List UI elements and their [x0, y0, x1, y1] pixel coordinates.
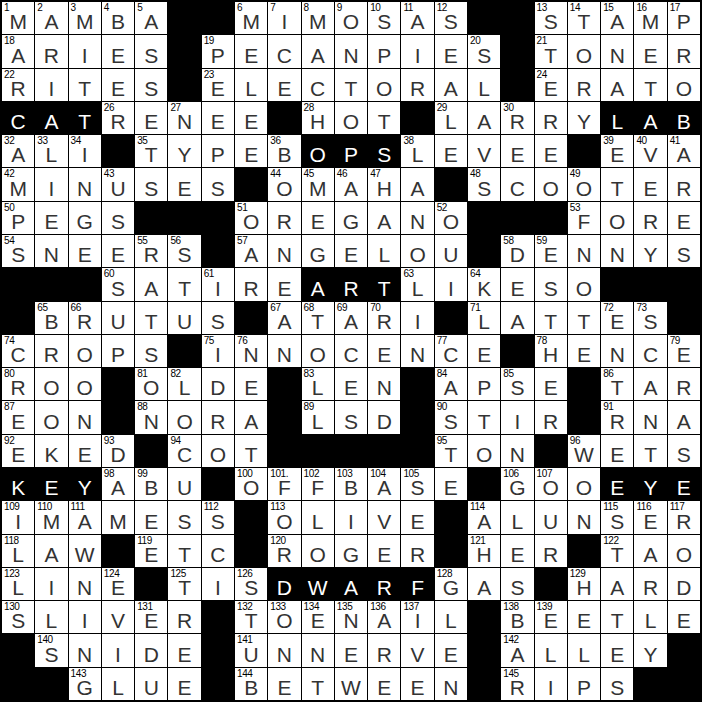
letter-cell-r5c6[interactable]: Y [168, 135, 200, 167]
letter-cell-r19c4[interactable]: V [102, 601, 134, 633]
letter-cell-r5c3[interactable]: I34 [69, 135, 101, 167]
letter-cell-r17c9[interactable]: R120 [268, 535, 300, 567]
letter-cell-r13c19[interactable]: R91 [601, 401, 633, 433]
letter-cell-r18c4[interactable]: E124 [102, 568, 134, 600]
letter-cell-r21c5[interactable]: U [135, 668, 167, 700]
letter-cell-r3c13[interactable]: R [401, 69, 433, 101]
letter-cell-r11c2[interactable]: R [35, 335, 67, 367]
letter-cell-r20c12[interactable]: R [368, 634, 400, 666]
letter-cell-r21c19[interactable]: S [601, 668, 633, 700]
letter-cell-r19c6[interactable]: R [168, 601, 200, 633]
letter-cell-r15c5[interactable]: B99 [135, 468, 167, 500]
letter-cell-r11c9[interactable]: N [268, 335, 300, 367]
letter-cell-r6c20[interactable]: E [634, 168, 666, 200]
theme-black-letter-cell-r15c3[interactable]: Y [69, 468, 101, 500]
letter-cell-r17c7[interactable]: C [202, 535, 234, 567]
letter-cell-r13c21[interactable]: A [668, 401, 700, 433]
letter-cell-r19c11[interactable]: N135 [335, 601, 367, 633]
letter-cell-r12c6[interactable]: L82 [168, 368, 200, 400]
letter-cell-r18c2[interactable]: I [35, 568, 67, 600]
theme-black-letter-cell-r18c12[interactable]: R [368, 568, 400, 600]
letter-cell-r14c19[interactable]: E [601, 435, 633, 467]
letter-cell-r7c20[interactable]: R [634, 202, 666, 234]
letter-cell-r1c9[interactable]: I7 [268, 2, 300, 34]
letter-cell-r10c19[interactable]: E72 [601, 302, 633, 334]
letter-cell-r8c12[interactable]: L [368, 235, 400, 267]
letter-cell-r1c20[interactable]: M16 [634, 2, 666, 34]
theme-black-letter-cell-r4c19[interactable]: L [601, 102, 633, 134]
letter-cell-r5c17[interactable]: E [535, 135, 567, 167]
letter-cell-r2c18[interactable]: O [568, 35, 600, 67]
letter-cell-r9c17[interactable]: S [535, 268, 567, 300]
letter-cell-r19c12[interactable]: A136 [368, 601, 400, 633]
letter-cell-r12c21[interactable]: R [668, 368, 700, 400]
letter-cell-r6c5[interactable]: S [135, 168, 167, 200]
letter-cell-r7c8[interactable]: O51 [235, 202, 267, 234]
letter-cell-r6c15[interactable]: S48 [468, 168, 500, 200]
letter-cell-r12c10[interactable]: L83 [302, 368, 334, 400]
letter-cell-r11c1[interactable]: C74 [2, 335, 34, 367]
theme-black-letter-cell-r5c11[interactable]: P [335, 135, 367, 167]
letter-cell-r12c16[interactable]: S85 [501, 368, 533, 400]
letter-cell-r17c10[interactable]: O [302, 535, 334, 567]
theme-black-letter-cell-r9c11[interactable]: R [335, 268, 367, 300]
letter-cell-r10c2[interactable]: B65 [35, 302, 67, 334]
letter-cell-r9c4[interactable]: S60 [102, 268, 134, 300]
letter-cell-r21c14[interactable]: N [435, 668, 467, 700]
letter-cell-r8c17[interactable]: E59 [535, 235, 567, 267]
theme-black-letter-cell-r18c13[interactable]: F [401, 568, 433, 600]
letter-cell-r8c18[interactable]: N [568, 235, 600, 267]
letter-cell-r11c10[interactable]: O [302, 335, 334, 367]
letter-cell-r4c16[interactable]: R30 [501, 102, 533, 134]
letter-cell-r6c16[interactable]: C [501, 168, 533, 200]
letter-cell-r7c11[interactable]: G [335, 202, 367, 234]
letter-cell-r5c2[interactable]: L33 [35, 135, 67, 167]
letter-cell-r7c21[interactable]: E [668, 202, 700, 234]
letter-cell-r3c12[interactable]: O [368, 69, 400, 101]
letter-cell-r6c3[interactable]: N [69, 168, 101, 200]
letter-cell-r12c3[interactable]: O [69, 368, 101, 400]
letter-cell-r1c14[interactable]: S12 [435, 2, 467, 34]
letter-cell-r10c3[interactable]: R66 [69, 302, 101, 334]
letter-cell-r14c15[interactable]: O [468, 435, 500, 467]
letter-cell-r9c9[interactable]: E [268, 268, 300, 300]
letter-cell-r21c9[interactable]: E [268, 668, 300, 700]
theme-black-letter-cell-r4c20[interactable]: A [634, 102, 666, 134]
letter-cell-r8c10[interactable]: G [302, 235, 334, 267]
letter-cell-r2c9[interactable]: C [268, 35, 300, 67]
letter-cell-r20c8[interactable]: U141 [235, 634, 267, 666]
letter-cell-r3c4[interactable]: E [102, 69, 134, 101]
letter-cell-r11c11[interactable]: C [335, 335, 367, 367]
letter-cell-r3c18[interactable]: R [568, 69, 600, 101]
letter-cell-r8c13[interactable]: O [401, 235, 433, 267]
letter-cell-r4c11[interactable]: O [335, 102, 367, 134]
letter-cell-r20c9[interactable]: N [268, 634, 300, 666]
letter-cell-r10c7[interactable]: S [202, 302, 234, 334]
letter-cell-r10c10[interactable]: T68 [302, 302, 334, 334]
letter-cell-r5c16[interactable]: E [501, 135, 533, 167]
letter-cell-r8c3[interactable]: E [69, 235, 101, 267]
letter-cell-r13c6[interactable]: O [168, 401, 200, 433]
letter-cell-r13c11[interactable]: S [335, 401, 367, 433]
letter-cell-r11c8[interactable]: N76 [235, 335, 267, 367]
theme-black-letter-cell-r9c12[interactable]: T [368, 268, 400, 300]
letter-cell-r19c3[interactable]: I [69, 601, 101, 633]
letter-cell-r15c14[interactable]: E [435, 468, 467, 500]
letter-cell-r21c18[interactable]: P [568, 668, 600, 700]
letter-cell-r4c10[interactable]: H28 [302, 102, 334, 134]
theme-black-letter-cell-r4c3[interactable]: T [69, 102, 101, 134]
letter-cell-r9c6[interactable]: T [168, 268, 200, 300]
letter-cell-r16c4[interactable]: M [102, 501, 134, 533]
letter-cell-r20c11[interactable]: E [335, 634, 367, 666]
letter-cell-r13c16[interactable]: I [501, 401, 533, 433]
letter-cell-r4c7[interactable]: E [202, 102, 234, 134]
letter-cell-r5c20[interactable]: V40 [634, 135, 666, 167]
letter-cell-r6c17[interactable]: O [535, 168, 567, 200]
letter-cell-r19c16[interactable]: B138 [501, 601, 533, 633]
letter-cell-r16c17[interactable]: U [535, 501, 567, 533]
letter-cell-r17c15[interactable]: H121 [468, 535, 500, 567]
letter-cell-r2c14[interactable]: E [435, 35, 467, 67]
letter-cell-r19c8[interactable]: T132 [235, 601, 267, 633]
letter-cell-r15c9[interactable]: F101. [268, 468, 300, 500]
letter-cell-r13c1[interactable]: E87 [2, 401, 34, 433]
letter-cell-r7c13[interactable]: N [401, 202, 433, 234]
letter-cell-r15c13[interactable]: S105 [401, 468, 433, 500]
letter-cell-r11c18[interactable]: E [568, 335, 600, 367]
letter-cell-r19c17[interactable]: E139 [535, 601, 567, 633]
letter-cell-r12c15[interactable]: P [468, 368, 500, 400]
letter-cell-r21c16[interactable]: R145 [501, 668, 533, 700]
letter-cell-r13c5[interactable]: N88 [135, 401, 167, 433]
letter-cell-r14c7[interactable]: O [202, 435, 234, 467]
letter-cell-r7c2[interactable]: E [35, 202, 67, 234]
letter-cell-r18c21[interactable]: D [668, 568, 700, 600]
letter-cell-r5c19[interactable]: E39 [601, 135, 633, 167]
letter-cell-r4c4[interactable]: R26 [102, 102, 134, 134]
letter-cell-r8c1[interactable]: S54 [2, 235, 34, 267]
letter-cell-r19c10[interactable]: E134 [302, 601, 334, 633]
letter-cell-r15c12[interactable]: A104 [368, 468, 400, 500]
letter-cell-r2c21[interactable]: R [668, 35, 700, 67]
letter-cell-r20c6[interactable]: E [168, 634, 200, 666]
letter-cell-r3c15[interactable]: L [468, 69, 500, 101]
letter-cell-r11c13[interactable]: N [401, 335, 433, 367]
letter-cell-r19c1[interactable]: S130 [2, 601, 34, 633]
letter-cell-r19c19[interactable]: T [601, 601, 633, 633]
letter-cell-r12c2[interactable]: O [35, 368, 67, 400]
letter-cell-r14c16[interactable]: N [501, 435, 533, 467]
letter-cell-r1c17[interactable]: S13 [535, 2, 567, 34]
letter-cell-r13c3[interactable]: N [69, 401, 101, 433]
letter-cell-r21c6[interactable]: E [168, 668, 200, 700]
letter-cell-r10c12[interactable]: R70 [368, 302, 400, 334]
letter-cell-r12c7[interactable]: D [202, 368, 234, 400]
theme-black-letter-cell-r18c11[interactable]: A [335, 568, 367, 600]
letter-cell-r10c4[interactable]: U [102, 302, 134, 334]
letter-cell-r2c5[interactable]: S [135, 35, 167, 67]
letter-cell-r9c18[interactable]: O [568, 268, 600, 300]
letter-cell-r3c3[interactable]: T [69, 69, 101, 101]
letter-cell-r3c7[interactable]: E23 [202, 69, 234, 101]
letter-cell-r12c19[interactable]: T86 [601, 368, 633, 400]
letter-cell-r5c5[interactable]: T35 [135, 135, 167, 167]
letter-cell-r4c8[interactable]: E [235, 102, 267, 134]
letter-cell-r13c7[interactable]: R [202, 401, 234, 433]
letter-cell-r10c6[interactable]: U [168, 302, 200, 334]
theme-black-letter-cell-r5c12[interactable]: S [368, 135, 400, 167]
letter-cell-r2c20[interactable]: E [634, 35, 666, 67]
letter-cell-r14c3[interactable]: E [69, 435, 101, 467]
letter-cell-r6c9[interactable]: O44 [268, 168, 300, 200]
theme-black-letter-cell-r4c21[interactable]: B [668, 102, 700, 134]
letter-cell-r2c4[interactable]: E [102, 35, 134, 67]
letter-cell-r16c9[interactable]: O113 [268, 501, 300, 533]
letter-cell-r11c14[interactable]: C77 [435, 335, 467, 367]
letter-cell-r15c11[interactable]: B103 [335, 468, 367, 500]
letter-cell-r14c20[interactable]: T [634, 435, 666, 467]
letter-cell-r2c3[interactable]: I [69, 35, 101, 67]
letter-cell-r2c13[interactable]: I [401, 35, 433, 67]
letter-cell-r8c20[interactable]: Y [634, 235, 666, 267]
letter-cell-r3c11[interactable]: T [335, 69, 367, 101]
letter-cell-r1c3[interactable]: M3 [69, 2, 101, 34]
letter-cell-r16c11[interactable]: I [335, 501, 367, 533]
letter-cell-r1c4[interactable]: B4 [102, 2, 134, 34]
letter-cell-r19c20[interactable]: L [634, 601, 666, 633]
letter-cell-r2c11[interactable]: N [335, 35, 367, 67]
letter-cell-r17c13[interactable]: R [401, 535, 433, 567]
letter-cell-r13c15[interactable]: T [468, 401, 500, 433]
letter-cell-r5c15[interactable]: V [468, 135, 500, 167]
letter-cell-r14c14[interactable]: T95 [435, 435, 467, 467]
letter-cell-r8c19[interactable]: N [601, 235, 633, 267]
letter-cell-r12c5[interactable]: O81 [135, 368, 167, 400]
letter-cell-r11c17[interactable]: H78 [535, 335, 567, 367]
letter-cell-r5c7[interactable]: P [202, 135, 234, 167]
letter-cell-r20c16[interactable]: A142 [501, 634, 533, 666]
letter-cell-r12c12[interactable]: N [368, 368, 400, 400]
letter-cell-r3c1[interactable]: R22 [2, 69, 34, 101]
letter-cell-r11c21[interactable]: E79 [668, 335, 700, 367]
letter-cell-r20c3[interactable]: N [69, 634, 101, 666]
letter-cell-r3c10[interactable]: C [302, 69, 334, 101]
letter-cell-r16c5[interactable]: E [135, 501, 167, 533]
letter-cell-r18c7[interactable]: I [202, 568, 234, 600]
letter-cell-r6c2[interactable]: I [35, 168, 67, 200]
letter-cell-r12c1[interactable]: R80 [2, 368, 34, 400]
letter-cell-r2c12[interactable]: P [368, 35, 400, 67]
letter-cell-r15c16[interactable]: G106 [501, 468, 533, 500]
letter-cell-r17c11[interactable]: G [335, 535, 367, 567]
letter-cell-r1c5[interactable]: A5 [135, 2, 167, 34]
letter-cell-r9c5[interactable]: A [135, 268, 167, 300]
letter-cell-r14c4[interactable]: D93 [102, 435, 134, 467]
letter-cell-r12c8[interactable]: E [235, 368, 267, 400]
letter-cell-r21c12[interactable]: E [368, 668, 400, 700]
letter-cell-r15c17[interactable]: O107 [535, 468, 567, 500]
letter-cell-r19c5[interactable]: E131 [135, 601, 167, 633]
letter-cell-r16c1[interactable]: I109 [2, 501, 34, 533]
letter-cell-r14c18[interactable]: W96 [568, 435, 600, 467]
letter-cell-r11c12[interactable]: E [368, 335, 400, 367]
letter-cell-r6c6[interactable]: E [168, 168, 200, 200]
letter-cell-r13c20[interactable]: N [634, 401, 666, 433]
letter-cell-r2c2[interactable]: R [35, 35, 67, 67]
letter-cell-r21c17[interactable]: I [535, 668, 567, 700]
letter-cell-r1c13[interactable]: A11 [401, 2, 433, 34]
letter-cell-r2c19[interactable]: N [601, 35, 633, 67]
letter-cell-r3c17[interactable]: E24 [535, 69, 567, 101]
letter-cell-r14c8[interactable]: T [235, 435, 267, 467]
letter-cell-r15c18[interactable]: O [568, 468, 600, 500]
letter-cell-r4c14[interactable]: L29 [435, 102, 467, 134]
letter-cell-r8c4[interactable]: E [102, 235, 134, 267]
letter-cell-r7c12[interactable]: A [368, 202, 400, 234]
letter-cell-r17c3[interactable]: W [69, 535, 101, 567]
letter-cell-r14c2[interactable]: K [35, 435, 67, 467]
letter-cell-r13c10[interactable]: L89 [302, 401, 334, 433]
letter-cell-r17c2[interactable]: A [35, 535, 67, 567]
letter-cell-r10c16[interactable]: A [501, 302, 533, 334]
letter-cell-r1c12[interactable]: S10 [368, 2, 400, 34]
theme-black-letter-cell-r15c19[interactable]: E [601, 468, 633, 500]
letter-cell-r18c1[interactable]: L123 [2, 568, 34, 600]
letter-cell-r6c19[interactable]: T [601, 168, 633, 200]
letter-cell-r10c18[interactable]: T [568, 302, 600, 334]
letter-cell-r4c17[interactable]: R [535, 102, 567, 134]
letter-cell-r18c15[interactable]: A [468, 568, 500, 600]
letter-cell-r18c20[interactable]: R [634, 568, 666, 600]
letter-cell-r20c2[interactable]: S140 [35, 634, 67, 666]
letter-cell-r10c5[interactable]: T [135, 302, 167, 334]
letter-cell-r9c13[interactable]: L63 [401, 268, 433, 300]
letter-cell-r20c13[interactable]: V [401, 634, 433, 666]
letter-cell-r18c14[interactable]: G128 [435, 568, 467, 600]
letter-cell-r8c21[interactable]: S [668, 235, 700, 267]
letter-cell-r1c10[interactable]: M8 [302, 2, 334, 34]
letter-cell-r1c8[interactable]: M6 [235, 2, 267, 34]
letter-cell-r11c20[interactable]: C [634, 335, 666, 367]
letter-cell-r13c17[interactable]: R [535, 401, 567, 433]
letter-cell-r3c5[interactable]: S [135, 69, 167, 101]
letter-cell-r1c18[interactable]: T14 [568, 2, 600, 34]
letter-cell-r14c21[interactable]: S [668, 435, 700, 467]
letter-cell-r19c13[interactable]: I137 [401, 601, 433, 633]
letter-cell-r21c4[interactable]: L [102, 668, 134, 700]
letter-cell-r8c8[interactable]: A57 [235, 235, 267, 267]
letter-cell-r16c12[interactable]: V [368, 501, 400, 533]
letter-cell-r16c18[interactable]: N [568, 501, 600, 533]
letter-cell-r2c17[interactable]: T21 [535, 35, 567, 67]
letter-cell-r10c11[interactable]: A69 [335, 302, 367, 334]
letter-cell-r4c5[interactable]: E [135, 102, 167, 134]
letter-cell-r6c11[interactable]: A46 [335, 168, 367, 200]
letter-cell-r1c21[interactable]: P17 [668, 2, 700, 34]
letter-cell-r18c3[interactable]: N [69, 568, 101, 600]
letter-cell-r7c4[interactable]: S [102, 202, 134, 234]
letter-cell-r12c20[interactable]: A [634, 368, 666, 400]
letter-cell-r16c6[interactable]: S [168, 501, 200, 533]
letter-cell-r16c2[interactable]: M110 [35, 501, 67, 533]
letter-cell-r5c8[interactable]: E [235, 135, 267, 167]
letter-cell-r11c4[interactable]: P [102, 335, 134, 367]
letter-cell-r2c1[interactable]: A18 [2, 35, 34, 67]
letter-cell-r5c13[interactable]: L38 [401, 135, 433, 167]
letter-cell-r1c2[interactable]: A2 [35, 2, 67, 34]
letter-cell-r19c21[interactable]: E [668, 601, 700, 633]
letter-cell-r17c21[interactable]: O [668, 535, 700, 567]
letter-cell-r18c6[interactable]: T125 [168, 568, 200, 600]
letter-cell-r16c3[interactable]: A111 [69, 501, 101, 533]
letter-cell-r11c15[interactable]: E [468, 335, 500, 367]
letter-cell-r15c4[interactable]: A98 [102, 468, 134, 500]
letter-cell-r7c1[interactable]: P50 [2, 202, 34, 234]
letter-cell-r8c14[interactable]: U [435, 235, 467, 267]
letter-cell-r3c14[interactable]: A [435, 69, 467, 101]
letter-cell-r8c2[interactable]: N [35, 235, 67, 267]
theme-black-letter-cell-r15c1[interactable]: K [2, 468, 34, 500]
letter-cell-r1c19[interactable]: A15 [601, 2, 633, 34]
theme-black-letter-cell-r15c2[interactable]: E [35, 468, 67, 500]
letter-cell-r8c5[interactable]: R55 [135, 235, 167, 267]
letter-cell-r18c19[interactable]: A [601, 568, 633, 600]
letter-cell-r2c15[interactable]: S20 [468, 35, 500, 67]
theme-black-letter-cell-r18c10[interactable]: W [302, 568, 334, 600]
letter-cell-r11c7[interactable]: I75 [202, 335, 234, 367]
letter-cell-r17c17[interactable]: R [535, 535, 567, 567]
letter-cell-r3c20[interactable]: T [634, 69, 666, 101]
letter-cell-r6c4[interactable]: U43 [102, 168, 134, 200]
letter-cell-r16c10[interactable]: L [302, 501, 334, 533]
letter-cell-r3c2[interactable]: I [35, 69, 67, 101]
letter-cell-r16c15[interactable]: A114 [468, 501, 500, 533]
letter-cell-r6c13[interactable]: A [401, 168, 433, 200]
letter-cell-r19c18[interactable]: E [568, 601, 600, 633]
letter-cell-r14c1[interactable]: E92 [2, 435, 34, 467]
letter-cell-r9c16[interactable]: E [501, 268, 533, 300]
letter-cell-r20c18[interactable]: L [568, 634, 600, 666]
letter-cell-r5c1[interactable]: A32 [2, 135, 34, 167]
letter-cell-r21c11[interactable]: W [335, 668, 367, 700]
letter-cell-r17c16[interactable]: E [501, 535, 533, 567]
letter-cell-r17c1[interactable]: L118 [2, 535, 34, 567]
letter-cell-r10c9[interactable]: A67 [268, 302, 300, 334]
letter-cell-r8c9[interactable]: N [268, 235, 300, 267]
theme-black-letter-cell-r9c10[interactable]: A [302, 268, 334, 300]
letter-cell-r10c15[interactable]: L71 [468, 302, 500, 334]
letter-cell-r20c14[interactable]: E [435, 634, 467, 666]
letter-cell-r7c3[interactable]: G [69, 202, 101, 234]
letter-cell-r3c19[interactable]: A [601, 69, 633, 101]
letter-cell-r3c8[interactable]: L [235, 69, 267, 101]
letter-cell-r15c10[interactable]: F102 [302, 468, 334, 500]
letter-cell-r19c2[interactable]: L [35, 601, 67, 633]
letter-cell-r7c14[interactable]: O52 [435, 202, 467, 234]
letter-cell-r19c14[interactable]: L [435, 601, 467, 633]
letter-cell-r9c15[interactable]: K64 [468, 268, 500, 300]
letter-cell-r16c19[interactable]: S115 [601, 501, 633, 533]
letter-cell-r9c7[interactable]: I61 [202, 268, 234, 300]
letter-cell-r18c8[interactable]: S126 [235, 568, 267, 600]
letter-cell-r10c13[interactable]: I [401, 302, 433, 334]
letter-cell-r1c11[interactable]: O9 [335, 2, 367, 34]
letter-cell-r8c16[interactable]: D58 [501, 235, 533, 267]
letter-cell-r20c4[interactable]: I [102, 634, 134, 666]
